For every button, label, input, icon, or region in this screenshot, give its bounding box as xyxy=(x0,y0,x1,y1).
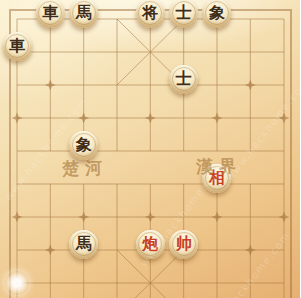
piece-glyph: 象 xyxy=(209,5,225,21)
xiangqi-app-screen: 楚河 漢界 車馬将士象車士象相馬炮帅 www.hackhome.com www.… xyxy=(0,0,300,298)
piece-black-chariot[interactable]: 車 xyxy=(36,0,65,28)
piece-black-elephant[interactable]: 象 xyxy=(202,0,231,28)
piece-glyph: 車 xyxy=(42,5,58,21)
piece-red-elephant[interactable]: 相 xyxy=(202,164,231,193)
piece-glyph: 馬 xyxy=(76,5,92,21)
piece-black-horse[interactable]: 馬 xyxy=(69,0,98,28)
piece-glyph: 帅 xyxy=(176,236,192,252)
piece-glyph: 士 xyxy=(176,5,192,21)
piece-glyph: 馬 xyxy=(76,236,92,252)
piece-red-general[interactable]: 帅 xyxy=(169,230,198,259)
piece-glyph: 相 xyxy=(209,170,225,186)
piece-black-elephant[interactable]: 象 xyxy=(69,131,98,160)
piece-black-horse[interactable]: 馬 xyxy=(69,230,98,259)
piece-black-advisor[interactable]: 士 xyxy=(169,65,198,94)
piece-black-chariot[interactable]: 車 xyxy=(3,32,32,61)
piece-red-cannon[interactable]: 炮 xyxy=(136,230,165,259)
piece-glyph: 士 xyxy=(176,71,192,87)
highlight-dot xyxy=(5,271,29,295)
piece-glyph: 将 xyxy=(142,5,158,21)
xiangqi-board[interactable]: 車馬将士象車士象相馬炮帅 xyxy=(1,3,301,298)
piece-glyph: 炮 xyxy=(142,236,158,252)
piece-black-advisor[interactable]: 士 xyxy=(169,0,198,28)
piece-glyph: 車 xyxy=(9,38,25,54)
piece-black-general[interactable]: 将 xyxy=(136,0,165,28)
piece-glyph: 象 xyxy=(76,137,92,153)
